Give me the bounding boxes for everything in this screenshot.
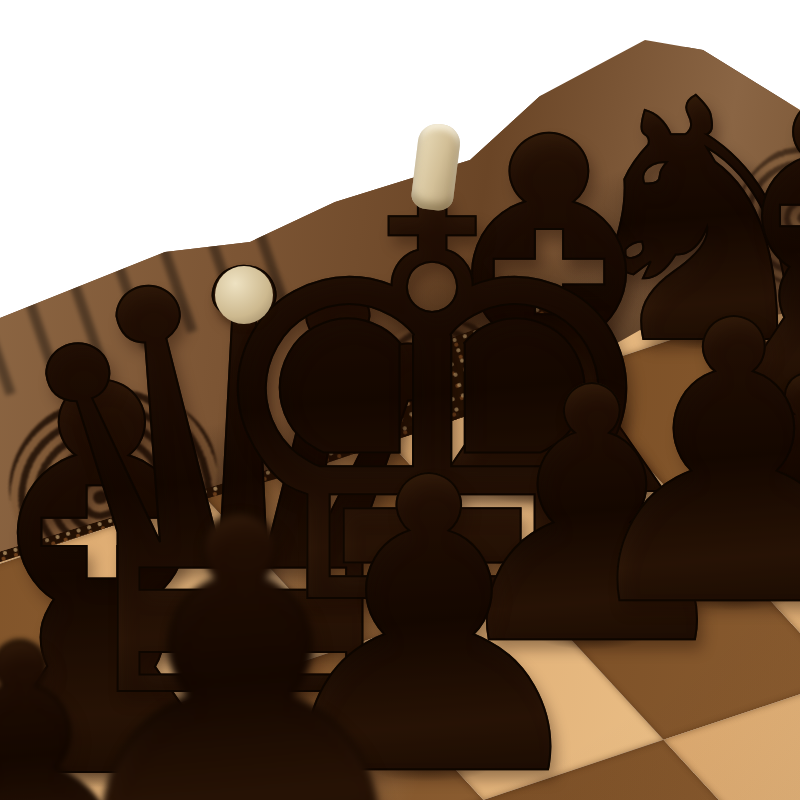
chess-set-photo: ♝♛♚♝♞♝♟♟♟♟♟♟ [0,0,800,800]
queen-cream-finial [215,266,273,324]
piece-pawn-corner[interactable]: ♟ [0,603,164,800]
pieces-layer: ♝♛♚♝♞♝♟♟♟♟♟♟ [0,0,800,800]
